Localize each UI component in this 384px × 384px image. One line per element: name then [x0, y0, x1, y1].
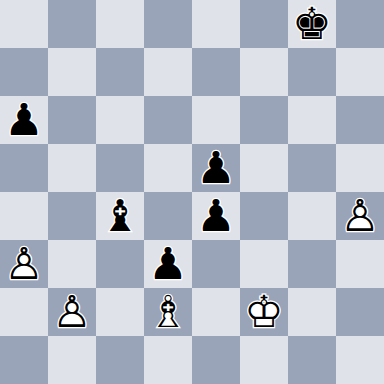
- piece-outline-layer: ♙: [48, 288, 96, 336]
- piece-outline-layer: ♔: [240, 288, 288, 336]
- square-d2[interactable]: ♝♗: [144, 288, 192, 336]
- square-f2[interactable]: ♚♔: [240, 288, 288, 336]
- square-b8[interactable]: [48, 0, 96, 48]
- white-pawn[interactable]: ♟♙: [336, 192, 384, 240]
- square-g3[interactable]: [288, 240, 336, 288]
- square-d3[interactable]: ♟♟: [144, 240, 192, 288]
- square-c7[interactable]: [96, 48, 144, 96]
- square-d5[interactable]: [144, 144, 192, 192]
- chess-board: ♚♚♟♟♟♟♝♝♟♟♟♙♟♙♟♟♟♙♝♗♚♔: [0, 0, 384, 384]
- piece-outline-layer: ♟: [0, 96, 48, 144]
- square-c8[interactable]: [96, 0, 144, 48]
- square-a4[interactable]: [0, 192, 48, 240]
- square-h2[interactable]: [336, 288, 384, 336]
- black-bishop[interactable]: ♝♝: [96, 192, 144, 240]
- square-b6[interactable]: [48, 96, 96, 144]
- square-d4[interactable]: [144, 192, 192, 240]
- square-b7[interactable]: [48, 48, 96, 96]
- square-f6[interactable]: [240, 96, 288, 144]
- square-e7[interactable]: [192, 48, 240, 96]
- square-h4[interactable]: ♟♙: [336, 192, 384, 240]
- square-f7[interactable]: [240, 48, 288, 96]
- square-h1[interactable]: [336, 336, 384, 384]
- piece-outline-layer: ♟: [192, 192, 240, 240]
- square-g2[interactable]: [288, 288, 336, 336]
- square-h7[interactable]: [336, 48, 384, 96]
- square-f3[interactable]: [240, 240, 288, 288]
- square-c2[interactable]: [96, 288, 144, 336]
- square-g8[interactable]: ♚♚: [288, 0, 336, 48]
- square-a6[interactable]: ♟♟: [0, 96, 48, 144]
- square-c6[interactable]: [96, 96, 144, 144]
- square-c1[interactable]: [96, 336, 144, 384]
- square-a8[interactable]: [0, 0, 48, 48]
- piece-outline-layer: ♚: [288, 0, 336, 48]
- square-a1[interactable]: [0, 336, 48, 384]
- black-pawn[interactable]: ♟♟: [144, 240, 192, 288]
- square-e4[interactable]: ♟♟: [192, 192, 240, 240]
- square-e5[interactable]: ♟♟: [192, 144, 240, 192]
- piece-outline-layer: ♝: [96, 192, 144, 240]
- black-pawn[interactable]: ♟♟: [192, 144, 240, 192]
- square-b3[interactable]: [48, 240, 96, 288]
- white-pawn[interactable]: ♟♙: [48, 288, 96, 336]
- square-b4[interactable]: [48, 192, 96, 240]
- square-b5[interactable]: [48, 144, 96, 192]
- square-f4[interactable]: [240, 192, 288, 240]
- square-d7[interactable]: [144, 48, 192, 96]
- square-f8[interactable]: [240, 0, 288, 48]
- square-g4[interactable]: [288, 192, 336, 240]
- black-king[interactable]: ♚♚: [288, 0, 336, 48]
- square-c4[interactable]: ♝♝: [96, 192, 144, 240]
- piece-outline-layer: ♙: [0, 240, 48, 288]
- square-e6[interactable]: [192, 96, 240, 144]
- square-e2[interactable]: [192, 288, 240, 336]
- white-king[interactable]: ♚♔: [240, 288, 288, 336]
- piece-outline-layer: ♙: [336, 192, 384, 240]
- square-g1[interactable]: [288, 336, 336, 384]
- square-e8[interactable]: [192, 0, 240, 48]
- piece-outline-layer: ♟: [144, 240, 192, 288]
- square-f5[interactable]: [240, 144, 288, 192]
- square-e3[interactable]: [192, 240, 240, 288]
- square-g5[interactable]: [288, 144, 336, 192]
- square-h6[interactable]: [336, 96, 384, 144]
- square-g7[interactable]: [288, 48, 336, 96]
- square-g6[interactable]: [288, 96, 336, 144]
- square-h5[interactable]: [336, 144, 384, 192]
- square-b2[interactable]: ♟♙: [48, 288, 96, 336]
- square-a3[interactable]: ♟♙: [0, 240, 48, 288]
- square-b1[interactable]: [48, 336, 96, 384]
- square-d1[interactable]: [144, 336, 192, 384]
- black-pawn[interactable]: ♟♟: [192, 192, 240, 240]
- square-a2[interactable]: [0, 288, 48, 336]
- square-e1[interactable]: [192, 336, 240, 384]
- white-bishop[interactable]: ♝♗: [144, 288, 192, 336]
- square-h3[interactable]: [336, 240, 384, 288]
- black-pawn[interactable]: ♟♟: [0, 96, 48, 144]
- square-f1[interactable]: [240, 336, 288, 384]
- square-d6[interactable]: [144, 96, 192, 144]
- square-h8[interactable]: [336, 0, 384, 48]
- piece-outline-layer: ♗: [144, 288, 192, 336]
- square-d8[interactable]: [144, 0, 192, 48]
- piece-outline-layer: ♟: [192, 144, 240, 192]
- white-pawn[interactable]: ♟♙: [0, 240, 48, 288]
- square-a7[interactable]: [0, 48, 48, 96]
- square-a5[interactable]: [0, 144, 48, 192]
- square-c3[interactable]: [96, 240, 144, 288]
- square-c5[interactable]: [96, 144, 144, 192]
